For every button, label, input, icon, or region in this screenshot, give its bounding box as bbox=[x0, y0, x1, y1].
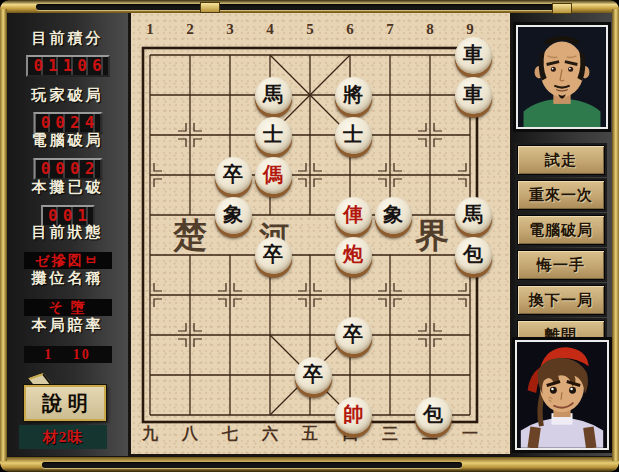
restart-button[interactable]: 重來一次 bbox=[517, 180, 605, 210]
footer-status-text: 材2味 bbox=[19, 425, 107, 449]
piece-layer: 車馬將車士士卒傌象俥象馬卒炮包卒卒帥包 bbox=[133, 35, 493, 435]
piece-glyph: 包 bbox=[423, 404, 443, 424]
piece-black-卒[interactable]: 卒 bbox=[335, 317, 372, 354]
piece-glyph: 卒 bbox=[223, 164, 243, 184]
status-value: ゼ摻図ㅂ bbox=[24, 252, 112, 269]
piece-black-車[interactable]: 車 bbox=[455, 37, 492, 74]
frame-bottom bbox=[0, 457, 619, 472]
odds-label: 本局賠率 bbox=[7, 316, 128, 335]
frame-right bbox=[612, 9, 619, 461]
game-window: 目前積分 01106 玩家破局 0024 電腦破局 0002 本攤已破 001 … bbox=[0, 0, 619, 472]
piece-black-包[interactable]: 包 bbox=[415, 397, 452, 434]
help-button[interactable]: 說明 bbox=[24, 385, 106, 421]
piece-glyph: 帥 bbox=[343, 404, 363, 424]
piece-glyph: 將 bbox=[343, 84, 363, 104]
piece-glyph: 俥 bbox=[343, 204, 363, 224]
next-game-button[interactable]: 換下一局 bbox=[517, 285, 605, 315]
piece-black-馬[interactable]: 馬 bbox=[455, 197, 492, 234]
piece-red-帥[interactable]: 帥 bbox=[335, 397, 372, 434]
piece-black-將[interactable]: 將 bbox=[335, 77, 372, 114]
xiangqi-board[interactable]: 123456789九八七六五四三二一楚河界 車馬將車士士卒傌象俥象馬卒炮包卒卒帥… bbox=[131, 12, 510, 454]
piece-red-炮[interactable]: 炮 bbox=[335, 237, 372, 274]
frame-top-tab bbox=[200, 2, 220, 13]
old-man-portrait-icon bbox=[518, 27, 606, 127]
frame-left bbox=[0, 9, 7, 461]
right-panel: 試走 重來一次 電腦破局 悔一手 換下一局 離開 bbox=[512, 13, 612, 456]
computer-wins-label: 電腦破局 bbox=[7, 131, 128, 150]
piece-black-包[interactable]: 包 bbox=[455, 237, 492, 274]
computer-solve-button[interactable]: 電腦破局 bbox=[517, 215, 605, 245]
piece-red-傌[interactable]: 傌 bbox=[255, 157, 292, 194]
young-man-portrait-icon bbox=[517, 342, 607, 448]
piece-glyph: 車 bbox=[463, 84, 483, 104]
piece-black-卒[interactable]: 卒 bbox=[215, 157, 252, 194]
computer-wins-counter: 0002 bbox=[33, 158, 102, 180]
piece-glyph: 象 bbox=[223, 204, 243, 224]
piece-black-馬[interactable]: 馬 bbox=[255, 77, 292, 114]
undo-move-button[interactable]: 悔一手 bbox=[517, 250, 605, 280]
piece-glyph: 士 bbox=[343, 124, 363, 144]
player-portrait bbox=[515, 340, 609, 450]
piece-glyph: 馬 bbox=[263, 84, 283, 104]
piece-glyph: 傌 bbox=[263, 164, 283, 184]
score-label: 目前積分 bbox=[7, 29, 128, 48]
piece-glyph: 炮 bbox=[343, 244, 363, 264]
frame-bottom-slot bbox=[42, 462, 462, 468]
odds-value: 1 10 bbox=[24, 346, 112, 363]
piece-glyph: 卒 bbox=[263, 244, 283, 264]
piece-glyph: 卒 bbox=[343, 324, 363, 344]
player-wins-label: 玩家破局 bbox=[7, 86, 128, 105]
try-move-button[interactable]: 試走 bbox=[517, 145, 605, 175]
piece-glyph: 車 bbox=[463, 44, 483, 64]
piece-black-卒[interactable]: 卒 bbox=[295, 357, 332, 394]
stall-name-value: そ 墮 bbox=[24, 299, 112, 316]
action-buttons: 試走 重來一次 電腦破局 悔一手 換下一局 離開 bbox=[517, 145, 605, 350]
piece-red-俥[interactable]: 俥 bbox=[335, 197, 372, 234]
piece-glyph: 卒 bbox=[303, 364, 323, 384]
frame-top bbox=[0, 0, 619, 13]
piece-black-士[interactable]: 士 bbox=[255, 117, 292, 154]
board-area: 123456789九八七六五四三二一楚河界 車馬將車士士卒傌象俥象馬卒炮包卒卒帥… bbox=[128, 12, 512, 456]
status-label: 目前狀態 bbox=[7, 223, 128, 242]
piece-black-卒[interactable]: 卒 bbox=[255, 237, 292, 274]
piece-black-士[interactable]: 士 bbox=[335, 117, 372, 154]
piece-black-車[interactable]: 車 bbox=[455, 77, 492, 114]
left-panel: 目前積分 01106 玩家破局 0024 電腦破局 0002 本攤已破 001 … bbox=[7, 13, 128, 456]
piece-glyph: 馬 bbox=[463, 204, 483, 224]
frame-top-slot bbox=[36, 4, 572, 10]
stall-name-label: 攤位名稱 bbox=[7, 269, 128, 288]
opponent-portrait bbox=[516, 25, 608, 129]
piece-black-象[interactable]: 象 bbox=[215, 197, 252, 234]
piece-glyph: 包 bbox=[463, 244, 483, 264]
frame-top-tab-2 bbox=[552, 3, 572, 14]
piece-glyph: 士 bbox=[263, 124, 283, 144]
stall-solved-label: 本攤已破 bbox=[7, 178, 128, 197]
piece-glyph: 象 bbox=[383, 204, 403, 224]
piece-black-象[interactable]: 象 bbox=[375, 197, 412, 234]
score-counter: 01106 bbox=[26, 55, 110, 77]
